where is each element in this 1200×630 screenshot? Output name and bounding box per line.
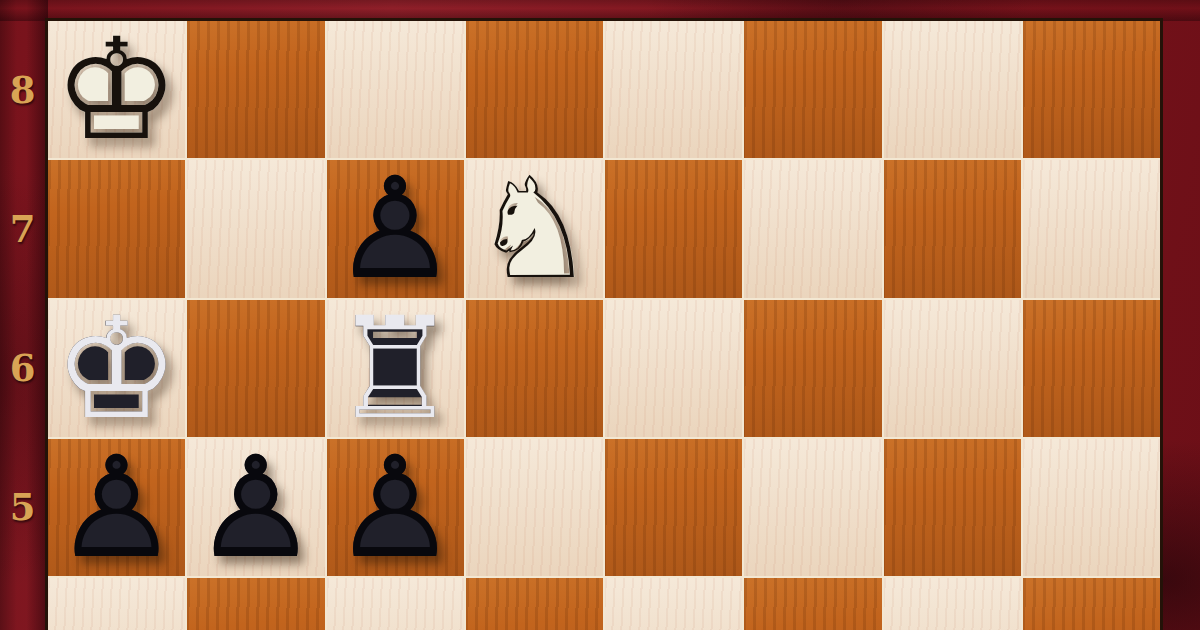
square-b4[interactable] [187,578,324,630]
square-b7[interactable] [187,160,324,297]
square-g7[interactable] [884,160,1021,297]
black-rook-outline: ♖ [327,300,464,437]
square-h8[interactable] [1023,21,1160,158]
square-f5[interactable] [744,439,881,576]
square-c5[interactable]: ♟♙ [327,439,464,576]
rank-label-6: 6 [0,300,45,437]
piece-black-pawn-c5[interactable]: ♟♙ [327,439,464,576]
square-c8[interactable] [327,21,464,158]
square-e8[interactable] [605,21,742,158]
square-d5[interactable] [466,439,603,576]
piece-white-knight-d7[interactable]: ♞♘ [466,160,603,297]
square-a7[interactable] [48,160,185,297]
black-pawn-outline: ♙ [327,439,464,576]
square-f4[interactable] [744,578,881,630]
white-king-outline: ♔ [48,21,185,158]
black-pawn-outline: ♙ [187,439,324,576]
square-g5[interactable] [884,439,1021,576]
piece-black-pawn-b5[interactable]: ♟♙ [187,439,324,576]
square-h7[interactable] [1023,160,1160,297]
piece-black-pawn-c7[interactable]: ♟♙ [327,160,464,297]
square-d6[interactable] [466,300,603,437]
rank-label-8: 8 [0,21,45,158]
black-king-outline: ♔ [48,300,185,437]
square-d8[interactable] [466,21,603,158]
square-f6[interactable] [744,300,881,437]
square-a4[interactable] [48,578,185,630]
square-e4[interactable] [605,578,742,630]
square-a5[interactable]: ♟♙ [48,439,185,576]
square-c4[interactable] [327,578,464,630]
square-d4[interactable] [466,578,603,630]
chess-board: ♚♔♟♙♞♘♚♔♜♖♟♙♟♙♟♙ [45,18,1163,630]
chess-board-page: ♚♔♟♙♞♘♚♔♜♖♟♙♟♙♟♙ 8765 [0,0,1200,630]
square-g4[interactable] [884,578,1021,630]
square-e6[interactable] [605,300,742,437]
rank-label-5: 5 [0,439,45,576]
square-g6[interactable] [884,300,1021,437]
white-knight-outline: ♘ [466,160,603,297]
square-c7[interactable]: ♟♙ [327,160,464,297]
square-g8[interactable] [884,21,1021,158]
square-e5[interactable] [605,439,742,576]
square-h4[interactable] [1023,578,1160,630]
square-f8[interactable] [744,21,881,158]
square-b8[interactable] [187,21,324,158]
rank-label-7: 7 [0,160,45,297]
square-a6[interactable]: ♚♔ [48,300,185,437]
black-pawn-outline: ♙ [48,439,185,576]
black-pawn-outline: ♙ [327,160,464,297]
square-b5[interactable]: ♟♙ [187,439,324,576]
square-h5[interactable] [1023,439,1160,576]
square-h6[interactable] [1023,300,1160,437]
square-f7[interactable] [744,160,881,297]
square-e7[interactable] [605,160,742,297]
square-c6[interactable]: ♜♖ [327,300,464,437]
square-b6[interactable] [187,300,324,437]
piece-black-king-a6[interactable]: ♚♔ [48,300,185,437]
piece-black-rook-c6[interactable]: ♜♖ [327,300,464,437]
piece-white-king-a8[interactable]: ♚♔ [48,21,185,158]
square-d7[interactable]: ♞♘ [466,160,603,297]
square-a8[interactable]: ♚♔ [48,21,185,158]
piece-black-pawn-a5[interactable]: ♟♙ [48,439,185,576]
